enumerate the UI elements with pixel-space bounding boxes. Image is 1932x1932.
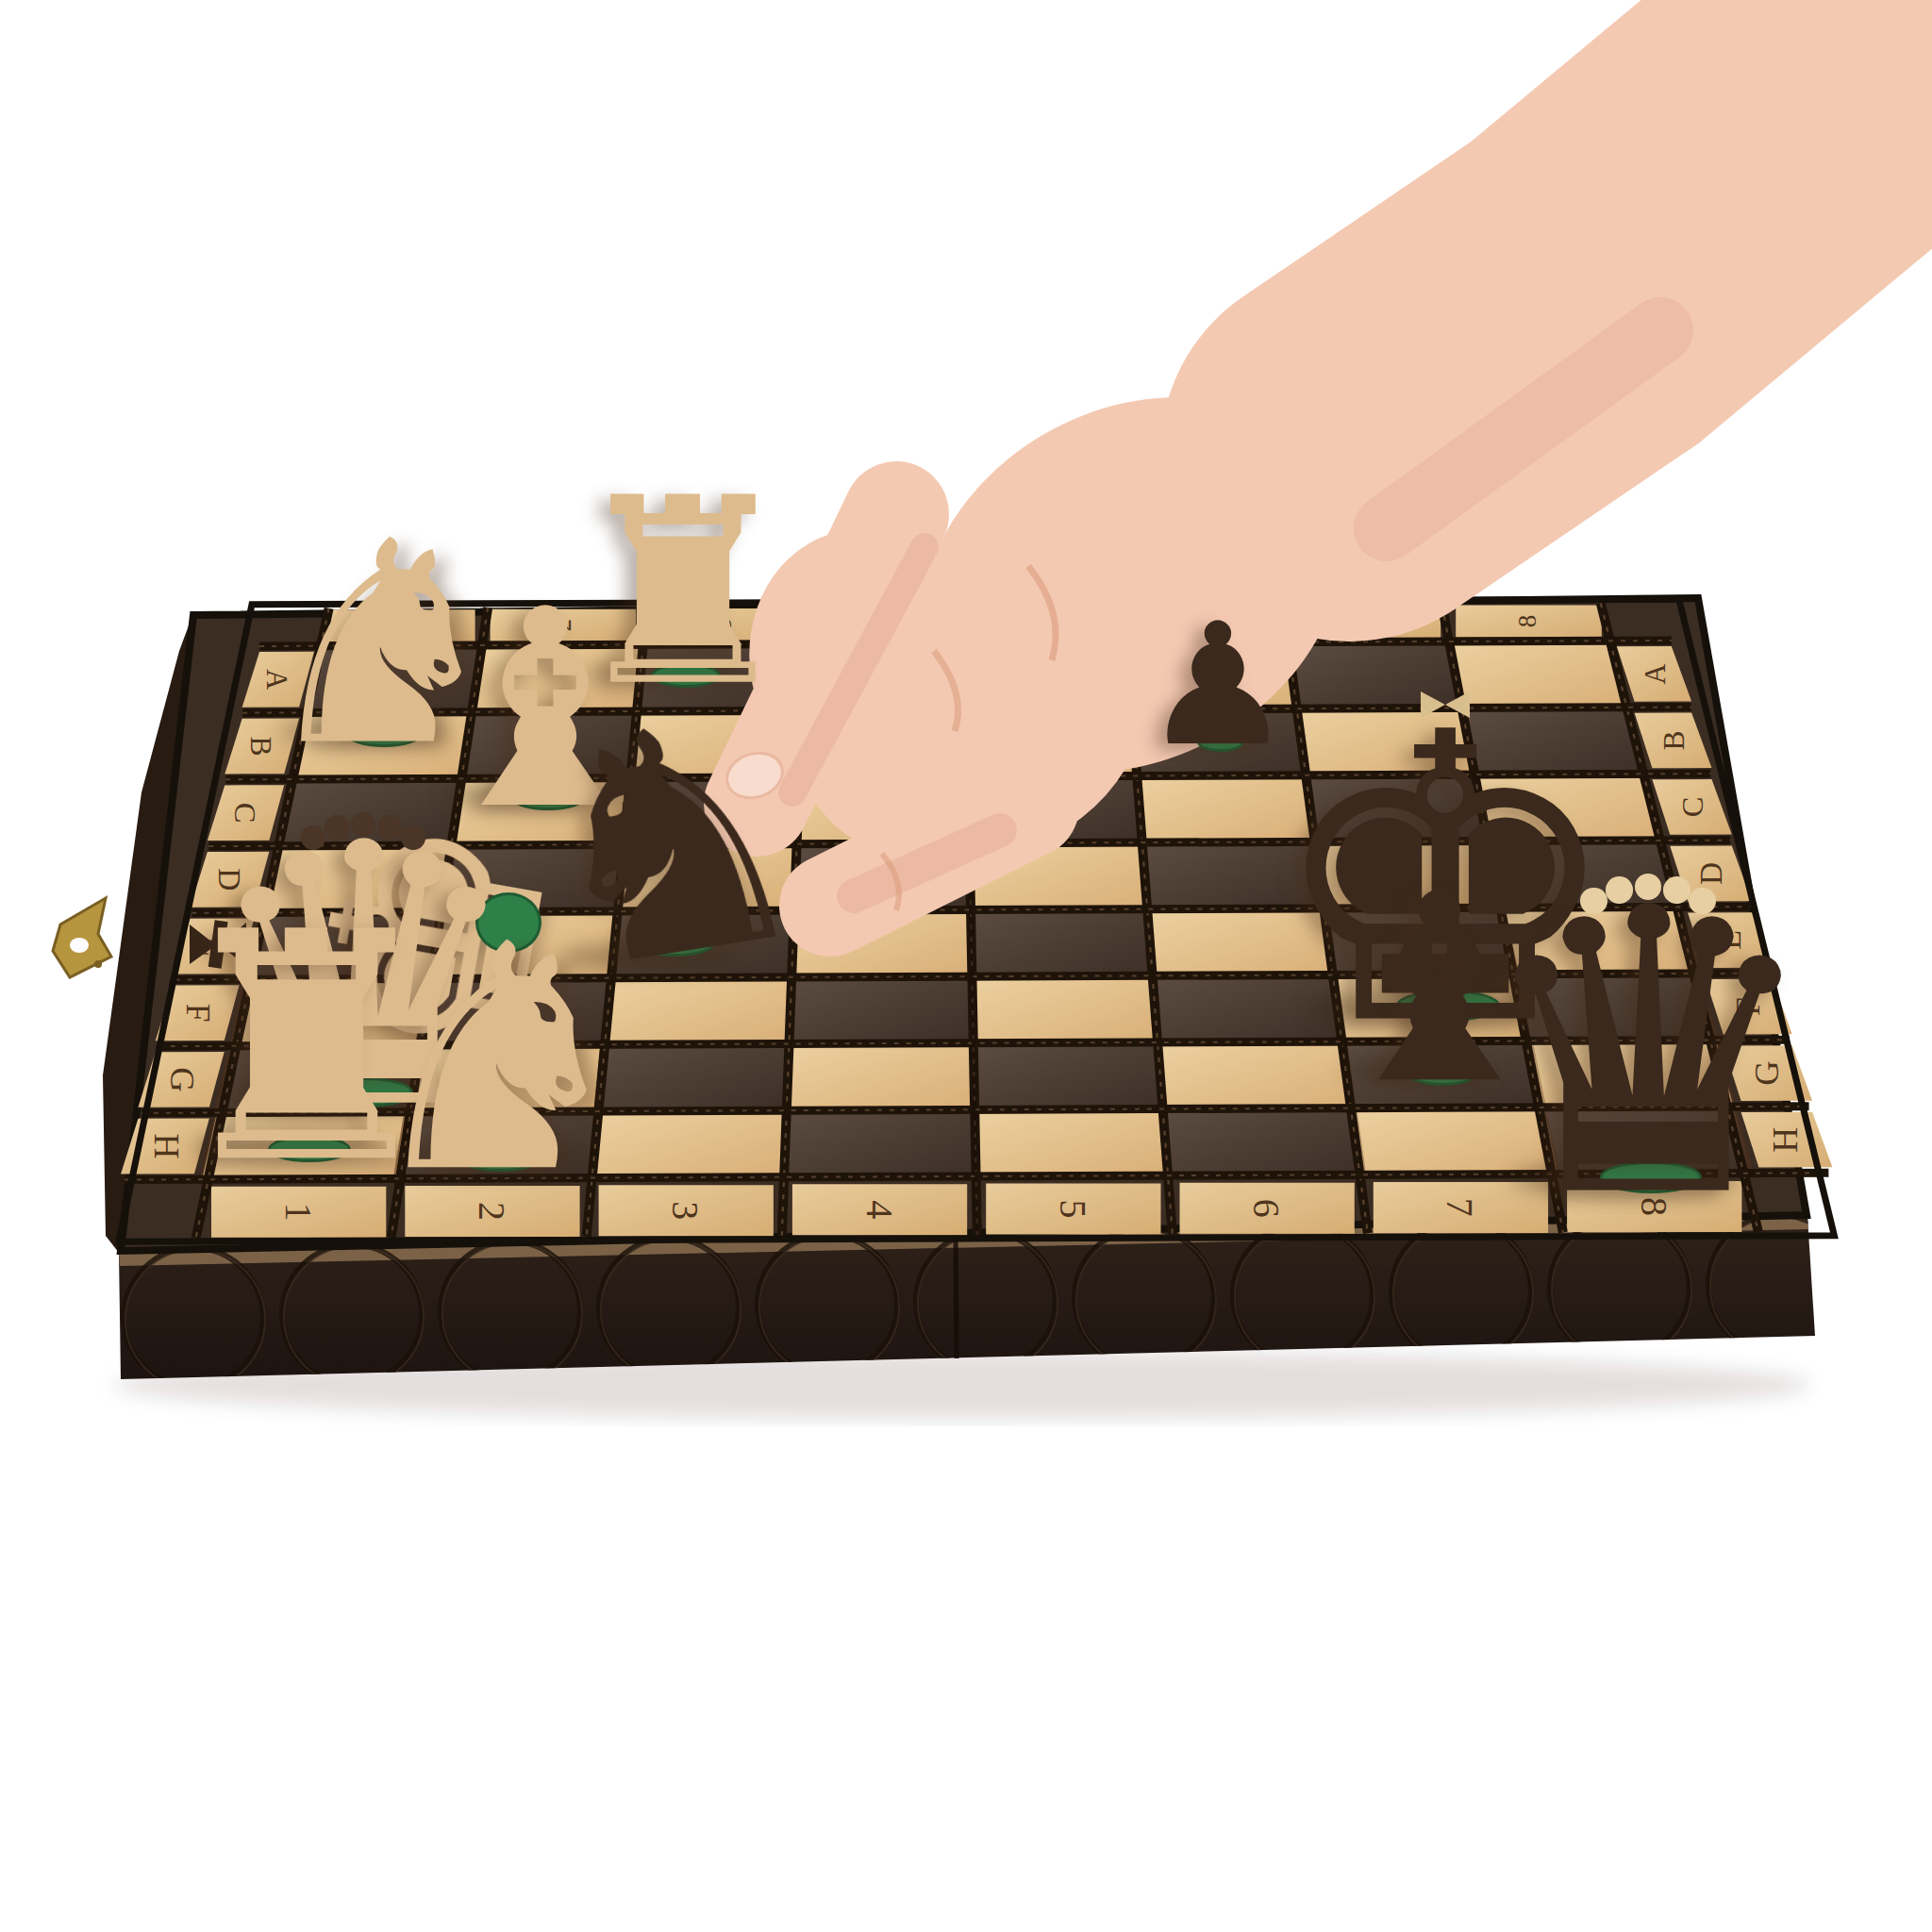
product-photo-scene: Overhead-angle product photo of a dark w… (0, 0, 1932, 1932)
hand (0, 0, 1932, 1932)
arm-and-hand (721, 57, 1868, 913)
